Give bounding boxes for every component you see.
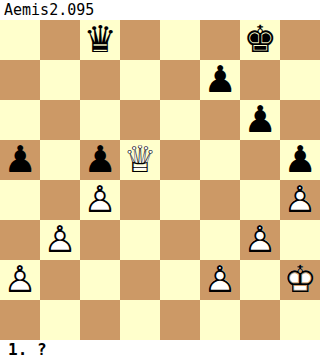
square-c6[interactable] [80, 100, 120, 140]
square-b8[interactable] [40, 20, 80, 60]
square-f5[interactable] [200, 140, 240, 180]
square-f7[interactable]: ♟ [200, 60, 240, 100]
piece-outline-layer: ♙ [200, 260, 240, 300]
black-pawn[interactable]: ♟ [280, 140, 320, 180]
square-b1[interactable] [40, 300, 80, 340]
square-c4[interactable]: ♟♙ [80, 180, 120, 220]
white-pawn[interactable]: ♟♙ [240, 220, 280, 260]
square-a5[interactable]: ♟ [0, 140, 40, 180]
square-g6[interactable]: ♟ [240, 100, 280, 140]
square-a8[interactable] [0, 20, 40, 60]
square-d6[interactable] [120, 100, 160, 140]
square-d2[interactable] [120, 260, 160, 300]
white-pawn[interactable]: ♟♙ [200, 260, 240, 300]
square-e1[interactable] [160, 300, 200, 340]
square-b3[interactable]: ♟♙ [40, 220, 80, 260]
black-pawn[interactable]: ♟ [0, 140, 40, 180]
diagram-title: Aemis2.095 [0, 0, 320, 20]
piece-outline-layer: ♙ [40, 220, 80, 260]
square-g5[interactable] [240, 140, 280, 180]
square-b4[interactable] [40, 180, 80, 220]
white-pawn[interactable]: ♟♙ [0, 260, 40, 300]
square-h1[interactable] [280, 300, 320, 340]
square-c8[interactable]: ♛ [80, 20, 120, 60]
white-queen[interactable]: ♛♕ [120, 140, 160, 180]
square-h8[interactable] [280, 20, 320, 60]
white-pawn[interactable]: ♟♙ [80, 180, 120, 220]
piece-outline-layer: ♔ [280, 260, 320, 300]
square-d4[interactable] [120, 180, 160, 220]
square-h2[interactable]: ♚♔ [280, 260, 320, 300]
black-pawn[interactable]: ♟ [80, 140, 120, 180]
square-g2[interactable] [240, 260, 280, 300]
white-pawn[interactable]: ♟♙ [40, 220, 80, 260]
square-a4[interactable] [0, 180, 40, 220]
square-g1[interactable] [240, 300, 280, 340]
square-f1[interactable] [200, 300, 240, 340]
white-king[interactable]: ♚♔ [280, 260, 320, 300]
square-a1[interactable] [0, 300, 40, 340]
piece-outline-layer: ♕ [120, 140, 160, 180]
square-f4[interactable] [200, 180, 240, 220]
square-e3[interactable] [160, 220, 200, 260]
square-f2[interactable]: ♟♙ [200, 260, 240, 300]
square-c7[interactable] [80, 60, 120, 100]
black-king[interactable]: ♚ [240, 20, 280, 60]
square-f3[interactable] [200, 220, 240, 260]
chess-board: ♛♚♟♟♟♟♛♕♟♟♙♟♙♟♙♟♙♟♙♟♙♚♔ [0, 20, 320, 340]
square-e8[interactable] [160, 20, 200, 60]
square-c1[interactable] [80, 300, 120, 340]
square-g3[interactable]: ♟♙ [240, 220, 280, 260]
square-e5[interactable] [160, 140, 200, 180]
square-b5[interactable] [40, 140, 80, 180]
square-c2[interactable] [80, 260, 120, 300]
black-queen[interactable]: ♛ [80, 20, 120, 60]
square-b7[interactable] [40, 60, 80, 100]
square-a7[interactable] [0, 60, 40, 100]
square-c3[interactable] [80, 220, 120, 260]
square-h3[interactable] [280, 220, 320, 260]
square-h5[interactable]: ♟ [280, 140, 320, 180]
white-pawn[interactable]: ♟♙ [280, 180, 320, 220]
square-g8[interactable]: ♚ [240, 20, 280, 60]
square-e2[interactable] [160, 260, 200, 300]
square-f6[interactable] [200, 100, 240, 140]
square-e6[interactable] [160, 100, 200, 140]
piece-outline-layer: ♙ [240, 220, 280, 260]
piece-outline-layer: ♙ [280, 180, 320, 220]
square-b2[interactable] [40, 260, 80, 300]
square-a6[interactable] [0, 100, 40, 140]
square-g4[interactable] [240, 180, 280, 220]
square-h4[interactable]: ♟♙ [280, 180, 320, 220]
square-d7[interactable] [120, 60, 160, 100]
black-pawn[interactable]: ♟ [200, 60, 240, 100]
square-a3[interactable] [0, 220, 40, 260]
square-e7[interactable] [160, 60, 200, 100]
square-a2[interactable]: ♟♙ [0, 260, 40, 300]
black-pawn[interactable]: ♟ [240, 100, 280, 140]
square-c5[interactable]: ♟ [80, 140, 120, 180]
square-d8[interactable] [120, 20, 160, 60]
square-d3[interactable] [120, 220, 160, 260]
move-prompt: 1. ? [0, 340, 320, 360]
square-b6[interactable] [40, 100, 80, 140]
chess-diagram-window: Aemis2.095 ♛♚♟♟♟♟♛♕♟♟♙♟♙♟♙♟♙♟♙♟♙♚♔ 1. ? [0, 0, 320, 360]
square-d5[interactable]: ♛♕ [120, 140, 160, 180]
square-h6[interactable] [280, 100, 320, 140]
piece-outline-layer: ♙ [0, 260, 40, 300]
square-d1[interactable] [120, 300, 160, 340]
square-h7[interactable] [280, 60, 320, 100]
square-f8[interactable] [200, 20, 240, 60]
square-e4[interactable] [160, 180, 200, 220]
piece-outline-layer: ♙ [80, 180, 120, 220]
square-g7[interactable] [240, 60, 280, 100]
